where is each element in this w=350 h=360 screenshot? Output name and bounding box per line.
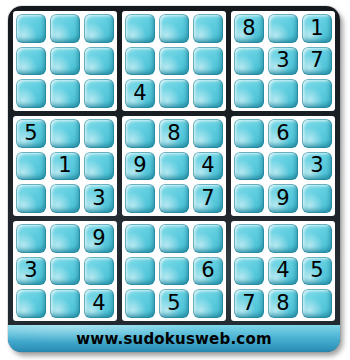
cell-r4c8[interactable]: 6 [268,119,298,148]
cell-r5c1[interactable] [16,152,46,181]
box-r2c2: 8947 [122,116,226,216]
cell-r7c1[interactable] [16,224,46,253]
cell-r5c2[interactable]: 1 [50,152,80,181]
cell-r1c5[interactable] [159,14,189,43]
cell-r8c7[interactable] [234,257,264,286]
cell-r8c3[interactable] [84,257,114,286]
cell-r1c4[interactable] [125,14,155,43]
cell-r6c5[interactable] [159,184,189,213]
box-r2c1: 513 [13,116,117,216]
cell-r4c2[interactable] [50,119,80,148]
box-r3c1: 934 [13,221,117,321]
cell-r6c9[interactable] [302,184,332,213]
cell-r5c8[interactable] [268,152,298,181]
cell-r8c2[interactable] [50,257,80,286]
box-r3c2: 65 [122,221,226,321]
cell-r8c8[interactable]: 4 [268,257,298,286]
footer-link[interactable]: www.sudokusweb.com [76,330,271,348]
cell-r1c1[interactable] [16,14,46,43]
cell-r9c5[interactable]: 5 [159,289,189,318]
cell-r5c3[interactable] [84,152,114,181]
cell-r3c8[interactable] [268,79,298,108]
cell-r2c5[interactable] [159,47,189,76]
cell-r2c1[interactable] [16,47,46,76]
cell-r6c4[interactable] [125,184,155,213]
cell-r7c6[interactable] [193,224,223,253]
cell-r4c9[interactable] [302,119,332,148]
cell-r1c9[interactable]: 1 [302,14,332,43]
cell-r9c2[interactable] [50,289,80,318]
cell-r3c6[interactable] [193,79,223,108]
box-r3c3: 4578 [231,221,335,321]
cell-r4c7[interactable] [234,119,264,148]
cell-r4c3[interactable] [84,119,114,148]
cell-r2c8[interactable]: 3 [268,47,298,76]
cell-r9c9[interactable] [302,289,332,318]
cell-r7c3[interactable]: 9 [84,224,114,253]
cell-r4c6[interactable] [193,119,223,148]
cell-r4c5[interactable]: 8 [159,119,189,148]
cell-r9c1[interactable] [16,289,46,318]
cell-r1c8[interactable] [268,14,298,43]
cell-r6c1[interactable] [16,184,46,213]
cell-r3c2[interactable] [50,79,80,108]
sudoku-board: 481375138947639934654578 [13,11,335,321]
sudoku-page: 481375138947639934654578 www.sudokusweb.… [0,0,350,360]
cell-r6c3[interactable]: 3 [84,184,114,213]
cell-r7c9[interactable] [302,224,332,253]
cell-r9c6[interactable] [193,289,223,318]
box-r1c1 [13,11,117,111]
cell-r2c2[interactable] [50,47,80,76]
sudoku-frame: 481375138947639934654578 www.sudokusweb.… [8,6,340,352]
cell-r2c7[interactable] [234,47,264,76]
cell-r9c8[interactable]: 8 [268,289,298,318]
cell-r6c8[interactable]: 9 [268,184,298,213]
cell-r2c9[interactable]: 7 [302,47,332,76]
cell-r3c5[interactable] [159,79,189,108]
cell-r1c2[interactable] [50,14,80,43]
cell-r6c6[interactable]: 7 [193,184,223,213]
cell-r8c1[interactable]: 3 [16,257,46,286]
cell-r3c1[interactable] [16,79,46,108]
cell-r6c7[interactable] [234,184,264,213]
cell-r7c5[interactable] [159,224,189,253]
cell-r3c9[interactable] [302,79,332,108]
cell-r4c4[interactable] [125,119,155,148]
cell-r8c6[interactable]: 6 [193,257,223,286]
cell-r5c4[interactable]: 9 [125,152,155,181]
box-r1c2: 4 [122,11,226,111]
cell-r5c7[interactable] [234,152,264,181]
footer-band: www.sudokusweb.com [8,325,340,352]
box-r2c3: 639 [231,116,335,216]
cell-r7c2[interactable] [50,224,80,253]
cell-r3c4[interactable]: 4 [125,79,155,108]
cell-r5c9[interactable]: 3 [302,152,332,181]
cell-r1c6[interactable] [193,14,223,43]
cell-r7c8[interactable] [268,224,298,253]
cell-r8c9[interactable]: 5 [302,257,332,286]
cell-r5c5[interactable] [159,152,189,181]
cell-r3c3[interactable] [84,79,114,108]
cell-r8c4[interactable] [125,257,155,286]
cell-r7c4[interactable] [125,224,155,253]
cell-r9c7[interactable]: 7 [234,289,264,318]
box-r1c3: 8137 [231,11,335,111]
cell-r6c2[interactable] [50,184,80,213]
cell-r5c6[interactable]: 4 [193,152,223,181]
cell-r1c3[interactable] [84,14,114,43]
cell-r8c5[interactable] [159,257,189,286]
cell-r9c4[interactable] [125,289,155,318]
cell-r2c4[interactable] [125,47,155,76]
cell-r9c3[interactable]: 4 [84,289,114,318]
cell-r1c7[interactable]: 8 [234,14,264,43]
cell-r3c7[interactable] [234,79,264,108]
cell-r2c3[interactable] [84,47,114,76]
cell-r2c6[interactable] [193,47,223,76]
cell-r4c1[interactable]: 5 [16,119,46,148]
cell-r7c7[interactable] [234,224,264,253]
